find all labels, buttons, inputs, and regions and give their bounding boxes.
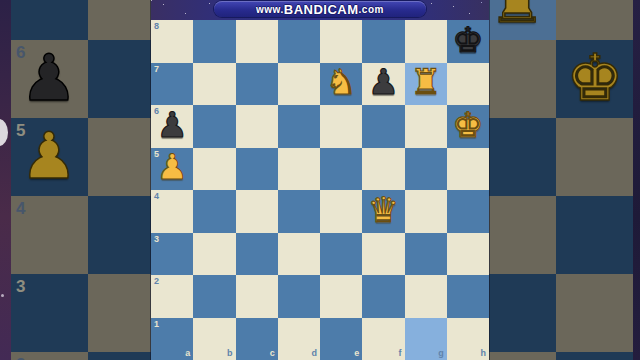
- white-pawn-bg: ♟: [10, 118, 88, 196]
- white-king[interactable]: ♚: [447, 105, 489, 148]
- square-d4[interactable]: [278, 190, 320, 233]
- square-a6[interactable]: 6♟: [151, 105, 193, 148]
- square-d5[interactable]: [278, 148, 320, 191]
- square-a4-bg: 4: [10, 196, 88, 274]
- square-c5[interactable]: [236, 148, 278, 191]
- square-c8[interactable]: [236, 20, 278, 63]
- square-g4[interactable]: [405, 190, 447, 233]
- square-g7[interactable]: ♜: [405, 63, 447, 106]
- square-f2[interactable]: [362, 275, 404, 318]
- square-a2-bg: 2: [10, 352, 88, 360]
- rank-label: 4: [154, 192, 159, 201]
- stars-decoration: [151, 0, 152, 1]
- square-a4[interactable]: 4: [151, 190, 193, 233]
- rank-label: 3: [16, 278, 25, 295]
- square-f6[interactable]: [362, 105, 404, 148]
- square-g2-bg: [478, 352, 556, 360]
- square-b8[interactable]: [193, 20, 235, 63]
- square-b1[interactable]: b: [193, 318, 235, 360]
- square-h6-bg: ♚: [556, 40, 634, 118]
- square-a5[interactable]: 5♟: [151, 148, 193, 191]
- square-c6[interactable]: [236, 105, 278, 148]
- square-g1[interactable]: g: [405, 318, 447, 360]
- square-g7-bg: ♜: [478, 0, 556, 40]
- square-d6[interactable]: [278, 105, 320, 148]
- square-a7[interactable]: 7: [151, 63, 193, 106]
- square-g5-bg: [478, 118, 556, 196]
- rank-label: 2: [154, 277, 159, 286]
- square-a3[interactable]: 3: [151, 233, 193, 276]
- rank-label: 8: [154, 22, 159, 31]
- white-rook[interactable]: ♜: [405, 63, 447, 106]
- black-pawn[interactable]: ♟: [362, 63, 404, 106]
- square-b2[interactable]: [193, 275, 235, 318]
- bandicam-watermark: www.BANDICAM.com: [214, 1, 426, 17]
- square-a6-bg: 6♟: [10, 40, 88, 118]
- rank-label: 7: [154, 65, 159, 74]
- square-h7[interactable]: [447, 63, 489, 106]
- white-pawn[interactable]: ♟: [151, 148, 193, 191]
- file-label: a: [185, 349, 190, 358]
- square-h2[interactable]: [447, 275, 489, 318]
- square-b3[interactable]: [193, 233, 235, 276]
- square-c1[interactable]: c: [236, 318, 278, 360]
- square-h5-bg: [556, 118, 634, 196]
- rank-label: 1: [154, 320, 159, 329]
- square-c7[interactable]: [236, 63, 278, 106]
- square-e4[interactable]: [320, 190, 362, 233]
- white-queen[interactable]: ♛: [362, 190, 404, 233]
- square-g5[interactable]: [405, 148, 447, 191]
- square-d8[interactable]: [278, 20, 320, 63]
- square-h7-bg: [556, 0, 634, 40]
- white-knight[interactable]: ♞: [320, 63, 362, 106]
- file-label: e: [354, 349, 359, 358]
- square-e5[interactable]: [320, 148, 362, 191]
- square-e2[interactable]: [320, 275, 362, 318]
- white-rook-bg: ♜: [478, 0, 556, 40]
- top-strip: www.BANDICAM.com: [151, 0, 489, 20]
- square-g8[interactable]: [405, 20, 447, 63]
- square-f4[interactable]: ♛: [362, 190, 404, 233]
- square-b4[interactable]: [193, 190, 235, 233]
- square-b5[interactable]: [193, 148, 235, 191]
- square-e8[interactable]: [320, 20, 362, 63]
- square-h4[interactable]: [447, 190, 489, 233]
- file-label: b: [227, 349, 233, 358]
- video-area: www.BANDICAM.com 8♚7♞♟♜6♟♚5♟4♛321abcdefg…: [151, 0, 489, 360]
- black-pawn-bg: ♟: [10, 40, 88, 118]
- square-f3[interactable]: [362, 233, 404, 276]
- square-c4[interactable]: [236, 190, 278, 233]
- square-d2[interactable]: [278, 275, 320, 318]
- square-b6[interactable]: [193, 105, 235, 148]
- square-g6[interactable]: [405, 105, 447, 148]
- left-edge-strip: [0, 0, 11, 360]
- square-e3[interactable]: [320, 233, 362, 276]
- square-h4-bg: [556, 196, 634, 274]
- square-a2[interactable]: 2: [151, 275, 193, 318]
- square-d3[interactable]: [278, 233, 320, 276]
- square-a7-bg: 7: [10, 0, 88, 40]
- square-h2-bg: [556, 352, 634, 360]
- square-g3[interactable]: [405, 233, 447, 276]
- square-c2[interactable]: [236, 275, 278, 318]
- square-b7[interactable]: [193, 63, 235, 106]
- watermark-prefix: www.: [256, 4, 284, 15]
- black-king[interactable]: ♚: [447, 20, 489, 63]
- edge-dot-artifact: [1, 294, 4, 297]
- file-label: f: [399, 349, 402, 358]
- square-a1[interactable]: 1a: [151, 318, 193, 360]
- square-f5[interactable]: [362, 148, 404, 191]
- watermark-brand: BANDICAM: [284, 2, 359, 17]
- square-h1[interactable]: h: [447, 318, 489, 360]
- square-f7[interactable]: ♟: [362, 63, 404, 106]
- file-label: g: [438, 349, 444, 358]
- square-c3[interactable]: [236, 233, 278, 276]
- square-g2[interactable]: [405, 275, 447, 318]
- square-d7[interactable]: [278, 63, 320, 106]
- chess-board: 8♚7♞♟♜6♟♚5♟4♛321abcdefgh: [151, 20, 489, 360]
- square-h3-bg: [556, 274, 634, 352]
- square-g4-bg: [478, 196, 556, 274]
- square-f1[interactable]: f: [362, 318, 404, 360]
- square-f8[interactable]: [362, 20, 404, 63]
- watermark-suffix: .com: [359, 4, 384, 15]
- right-edge-strip: [633, 0, 640, 360]
- square-a8[interactable]: 8: [151, 20, 193, 63]
- white-king-bg: ♚: [556, 40, 634, 118]
- square-e1[interactable]: e: [320, 318, 362, 360]
- rank-label: 2: [16, 356, 25, 360]
- square-a5-bg: 5♟: [10, 118, 88, 196]
- square-h8[interactable]: ♚: [447, 20, 489, 63]
- square-e6[interactable]: [320, 105, 362, 148]
- rank-label: 3: [154, 235, 159, 244]
- rank-label: 4: [16, 200, 25, 217]
- square-h6[interactable]: ♚: [447, 105, 489, 148]
- square-d1[interactable]: d: [278, 318, 320, 360]
- square-e7[interactable]: ♞: [320, 63, 362, 106]
- square-h5[interactable]: [447, 148, 489, 191]
- file-label: c: [270, 349, 275, 358]
- square-g3-bg: [478, 274, 556, 352]
- square-a3-bg: 3: [10, 274, 88, 352]
- file-label: h: [481, 349, 487, 358]
- file-label: d: [312, 349, 318, 358]
- square-g6-bg: [478, 40, 556, 118]
- screen: 8♚7♞♟♜6♟♚5♟4♛321abcdefgh www.BANDICAM.co…: [0, 0, 640, 360]
- square-h3[interactable]: [447, 233, 489, 276]
- black-pawn[interactable]: ♟: [151, 105, 193, 148]
